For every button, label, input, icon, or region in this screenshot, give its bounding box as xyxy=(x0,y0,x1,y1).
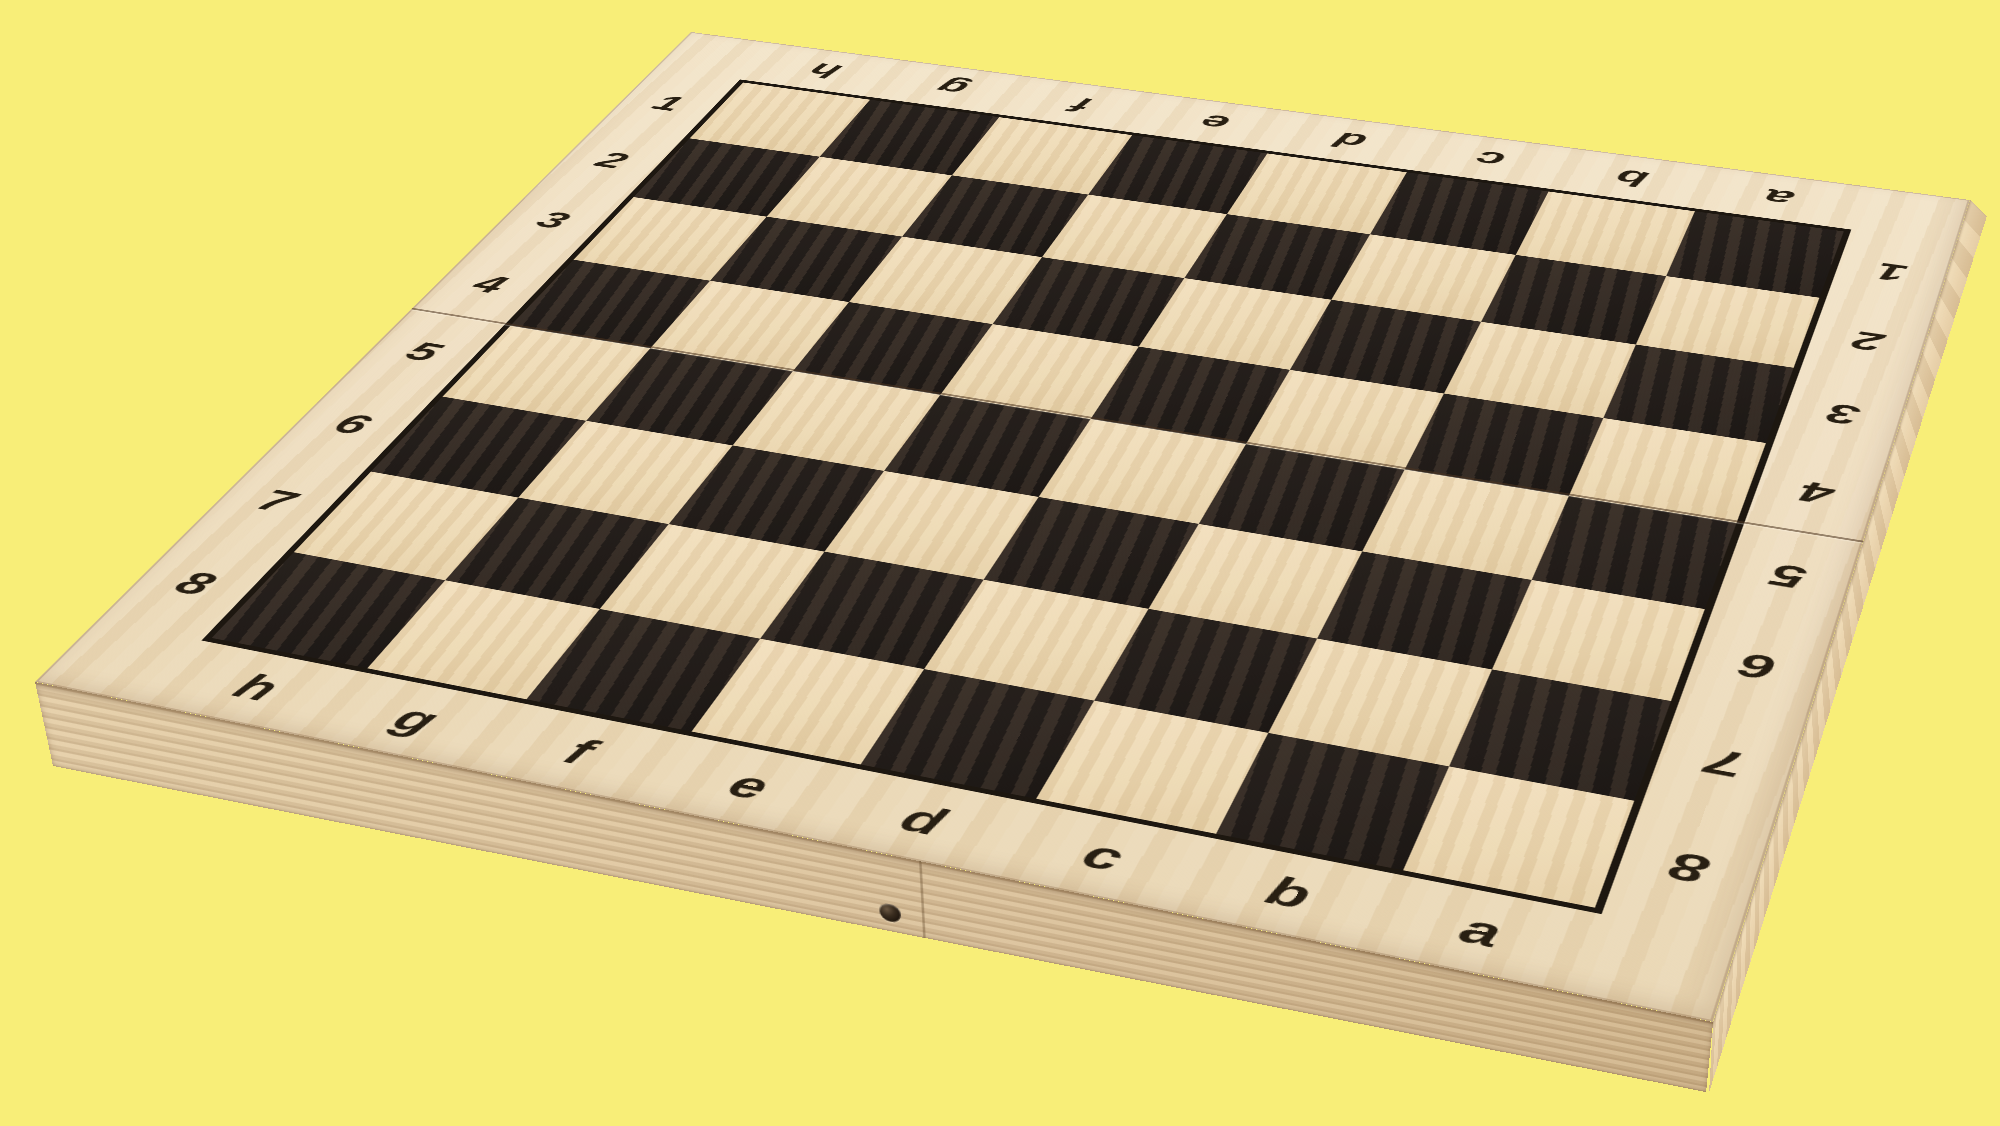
rank-right-label-3: 3 xyxy=(1787,371,1898,459)
hinge-pin xyxy=(879,902,901,924)
rank-right-label-1: 1 xyxy=(1840,234,1943,312)
hinge-seam-edge xyxy=(919,861,926,938)
rank-right-label-8: 8 xyxy=(1620,805,1757,933)
rank-right-label-2: 2 xyxy=(1814,300,1920,383)
chess-board: hgfedcba hgfedcba 12345678 12345678 xyxy=(35,32,1970,1022)
rank-right-label-7: 7 xyxy=(1659,705,1790,823)
rank-right-label-6: 6 xyxy=(1695,613,1820,722)
rank-right-label-5: 5 xyxy=(1728,526,1848,628)
photo-background: hgfedcba hgfedcba 12345678 12345678 xyxy=(0,0,2000,1126)
